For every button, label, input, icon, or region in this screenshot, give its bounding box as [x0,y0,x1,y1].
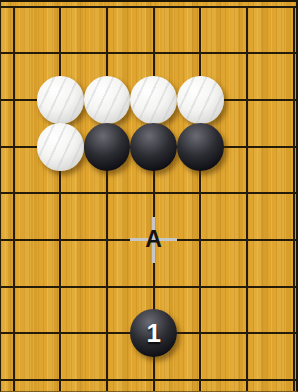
intersection[interactable] [177,123,224,170]
intersection[interactable] [270,123,298,170]
white-stone [37,76,84,124]
intersection[interactable] [224,263,271,310]
intersection[interactable] [84,310,131,357]
intersection[interactable] [177,217,224,264]
intersection[interactable] [177,0,224,30]
intersection[interactable] [84,77,131,124]
intersection[interactable] [130,170,177,217]
intersection[interactable] [270,357,298,392]
intersection[interactable] [224,310,271,357]
intersection[interactable] [270,170,298,217]
intersection[interactable] [0,263,37,310]
intersection[interactable] [84,170,131,217]
board-grid: A1 [0,0,298,392]
white-stone [37,123,84,171]
intersection[interactable] [0,0,37,30]
intersection[interactable] [130,123,177,170]
intersection[interactable] [130,77,177,124]
intersection[interactable] [270,310,298,357]
intersection[interactable] [130,263,177,310]
intersection[interactable] [84,357,131,392]
intersection[interactable] [84,123,131,170]
white-stone [84,76,131,124]
point-label: A [145,228,162,251]
intersection[interactable] [224,357,271,392]
intersection[interactable] [270,77,298,124]
intersection[interactable] [0,30,37,77]
intersection[interactable] [224,77,271,124]
intersection[interactable] [130,357,177,392]
intersection[interactable] [177,263,224,310]
intersection[interactable] [84,217,131,264]
intersection[interactable] [84,0,131,30]
intersection[interactable] [37,0,84,30]
intersection[interactable] [177,170,224,217]
intersection[interactable] [177,310,224,357]
intersection[interactable] [0,357,37,392]
intersection[interactable] [84,30,131,77]
intersection[interactable] [130,30,177,77]
go-diagram: A1 [0,0,298,392]
intersection[interactable] [0,170,37,217]
intersection[interactable] [37,310,84,357]
intersection[interactable] [224,170,271,217]
intersection[interactable] [37,263,84,310]
intersection[interactable] [0,217,37,264]
intersection[interactable] [224,30,271,77]
black-stone [177,123,224,171]
white-stone [130,76,177,124]
intersection[interactable] [37,170,84,217]
intersection[interactable] [177,357,224,392]
intersection[interactable] [37,357,84,392]
intersection[interactable] [270,30,298,77]
intersection[interactable] [224,217,271,264]
intersection[interactable]: A [130,217,177,264]
white-stone [177,76,224,124]
black-stone-numbered: 1 [130,309,177,357]
move-number: 1 [146,320,160,346]
intersection[interactable] [37,217,84,264]
intersection[interactable] [84,263,131,310]
intersection[interactable] [224,0,271,30]
intersection[interactable]: 1 [130,310,177,357]
intersection[interactable] [177,77,224,124]
intersection[interactable] [0,123,37,170]
intersection[interactable] [270,217,298,264]
intersection[interactable] [270,263,298,310]
intersection[interactable] [37,77,84,124]
intersection[interactable] [37,30,84,77]
intersection[interactable] [270,0,298,30]
intersection[interactable] [0,310,37,357]
intersection[interactable] [224,123,271,170]
black-stone [84,123,131,171]
intersection[interactable] [130,0,177,30]
intersection[interactable] [0,77,37,124]
black-stone [130,123,177,171]
go-board[interactable]: A1 [0,0,298,392]
intersection[interactable] [37,123,84,170]
intersection[interactable] [177,30,224,77]
